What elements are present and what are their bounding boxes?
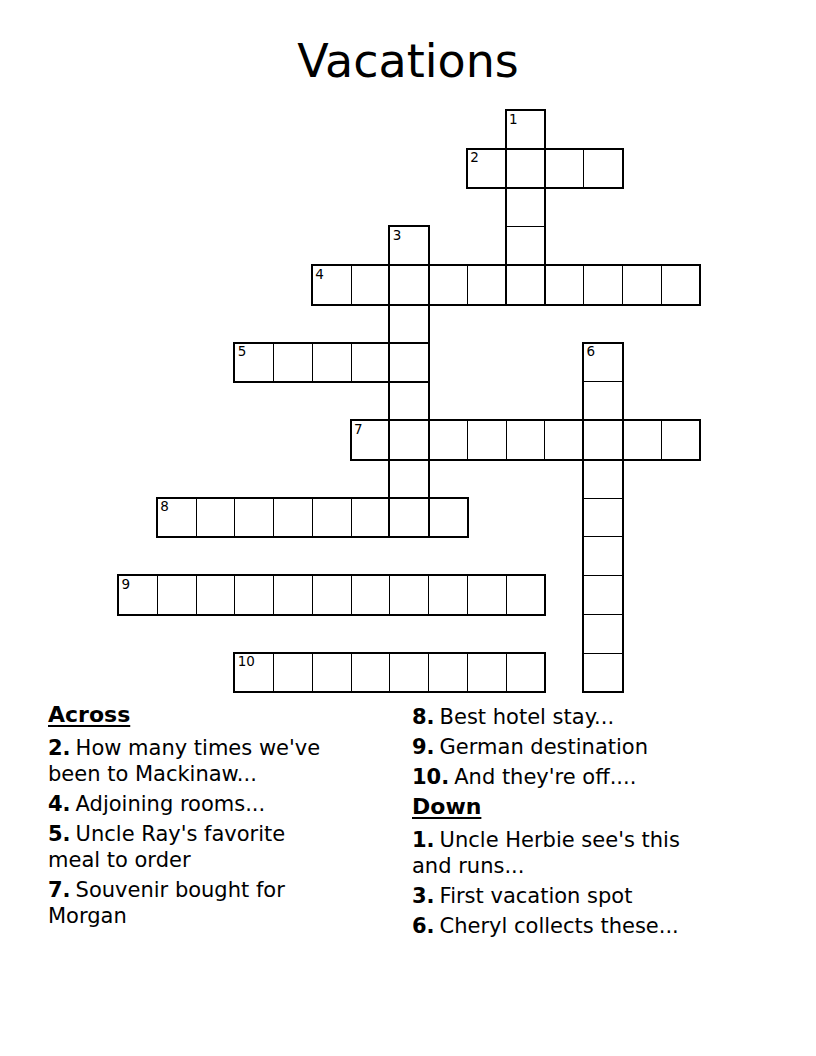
grid-cell[interactable]	[544, 420, 584, 460]
grid-cell[interactable]	[467, 420, 507, 460]
grid-cell[interactable]	[196, 575, 236, 615]
grid-cell[interactable]	[389, 498, 429, 538]
grid-cell[interactable]	[583, 459, 623, 499]
clue-text: First vacation spot	[440, 884, 633, 908]
cell-number-7: 7	[354, 422, 363, 436]
clue-across-4: 4.Adjoining rooms...	[48, 791, 378, 817]
grid-cell[interactable]	[428, 265, 468, 305]
grid-cell[interactable]	[544, 265, 584, 305]
clue-across-7: 7.Souvenir bought for Morgan	[48, 877, 378, 929]
cell-number-9: 9	[122, 577, 131, 591]
clue-down-1: 1.Uncle Herbie see's this and runs...	[412, 827, 774, 879]
grid-cell[interactable]	[389, 420, 429, 460]
clues-left-column: Across2.How many times we've been to Mac…	[48, 702, 378, 933]
grid-cell[interactable]	[506, 420, 546, 460]
grid-cell[interactable]	[273, 343, 313, 383]
clue-text: Uncle Ray's favorite meal to order	[48, 822, 285, 872]
cell-number-4: 4	[315, 267, 324, 281]
clue-text: How many times we've been to Mackinaw...	[48, 736, 320, 786]
grid-cell[interactable]	[506, 653, 546, 693]
grid-cell[interactable]	[506, 226, 546, 266]
clue-text: And they're off....	[454, 765, 636, 789]
clue-number: 1.	[412, 828, 435, 852]
clue-number: 7.	[48, 878, 71, 902]
grid-cell[interactable]	[506, 149, 546, 189]
clue-across-2: 2.How many times we've been to Mackinaw.…	[48, 735, 378, 787]
grid-cell[interactable]	[312, 498, 352, 538]
grid-cell[interactable]	[583, 420, 623, 460]
cell-number-5: 5	[238, 344, 247, 358]
clue-number: 2.	[48, 736, 71, 760]
grid-cell[interactable]	[506, 575, 546, 615]
clue-across-5: 5.Uncle Ray's favorite meal to order	[48, 821, 378, 873]
clue-across-8: 8.Best hotel stay...	[412, 704, 774, 730]
grid-cell[interactable]	[661, 420, 701, 460]
grid-cell[interactable]	[351, 265, 391, 305]
page-title: Vacations	[0, 36, 816, 86]
grid-cell[interactable]	[506, 265, 546, 305]
clue-across-10: 10.And they're off....	[412, 764, 774, 790]
grid-cell[interactable]	[428, 420, 468, 460]
grid-cell[interactable]	[389, 459, 429, 499]
down-heading: Down	[412, 794, 774, 820]
grid-cell[interactable]	[351, 343, 391, 383]
clues-right-column: 8.Best hotel stay...9.German destination…	[412, 704, 774, 943]
cell-number-8: 8	[160, 499, 169, 513]
grid-cell[interactable]	[467, 265, 507, 305]
grid-cell[interactable]	[389, 265, 429, 305]
grid-cell[interactable]	[273, 653, 313, 693]
grid-cell[interactable]	[234, 498, 274, 538]
clue-text: Cheryl collects these...	[440, 914, 679, 938]
clue-down-3: 3.First vacation spot	[412, 883, 774, 909]
grid-cell[interactable]	[351, 653, 391, 693]
grid-cell[interactable]	[389, 575, 429, 615]
cell-number-3: 3	[393, 228, 402, 242]
clue-number: 4.	[48, 792, 71, 816]
grid-cell[interactable]	[467, 653, 507, 693]
cell-number-2: 2	[470, 150, 479, 164]
grid-cell[interactable]	[312, 653, 352, 693]
clue-number: 9.	[412, 735, 435, 759]
grid-cell[interactable]	[506, 188, 546, 228]
grid-cell[interactable]	[622, 420, 662, 460]
clue-number: 10.	[412, 765, 449, 789]
crossword-grid: 12345678910	[118, 110, 701, 693]
grid-cell[interactable]	[389, 343, 429, 383]
grid-cell[interactable]	[428, 575, 468, 615]
clue-text: Adjoining rooms...	[76, 792, 266, 816]
grid-cell[interactable]	[583, 536, 623, 576]
clue-text: Souvenir bought for Morgan	[48, 878, 285, 928]
grid-cell[interactable]	[583, 614, 623, 654]
grid-cell[interactable]	[389, 304, 429, 344]
grid-cell[interactable]	[273, 575, 313, 615]
grid-cell[interactable]	[312, 343, 352, 383]
clue-text: Best hotel stay...	[440, 705, 615, 729]
clue-text: German destination	[440, 735, 648, 759]
grid-cell[interactable]	[196, 498, 236, 538]
grid-cell[interactable]	[622, 265, 662, 305]
clue-number: 3.	[412, 884, 435, 908]
grid-cell[interactable]	[467, 575, 507, 615]
cell-number-6: 6	[587, 344, 596, 358]
grid-cell[interactable]	[583, 575, 623, 615]
grid-cell[interactable]	[157, 575, 197, 615]
grid-cell[interactable]	[583, 498, 623, 538]
grid-cell[interactable]	[583, 653, 623, 693]
grid-cell[interactable]	[583, 265, 623, 305]
grid-cell[interactable]	[351, 498, 391, 538]
clue-down-6: 6.Cheryl collects these...	[412, 913, 774, 939]
grid-cell[interactable]	[351, 575, 391, 615]
across-heading: Across	[48, 702, 378, 728]
grid-cell[interactable]	[428, 498, 468, 538]
grid-cell[interactable]	[428, 653, 468, 693]
clue-number: 8.	[412, 705, 435, 729]
clue-number: 6.	[412, 914, 435, 938]
clue-number: 5.	[48, 822, 71, 846]
grid-cell[interactable]	[312, 575, 352, 615]
grid-cell[interactable]	[389, 381, 429, 421]
cell-number-10: 10	[238, 654, 255, 668]
grid-cell[interactable]	[273, 498, 313, 538]
cell-number-1: 1	[509, 112, 518, 126]
grid-cell[interactable]	[389, 653, 429, 693]
clue-across-9: 9.German destination	[412, 734, 774, 760]
clue-text: Uncle Herbie see's this and runs...	[412, 828, 680, 878]
grid-cell[interactable]	[661, 265, 701, 305]
grid-cell[interactable]	[583, 149, 623, 189]
grid-cell[interactable]	[544, 149, 584, 189]
grid-cell[interactable]	[234, 575, 274, 615]
grid-cell[interactable]	[583, 381, 623, 421]
